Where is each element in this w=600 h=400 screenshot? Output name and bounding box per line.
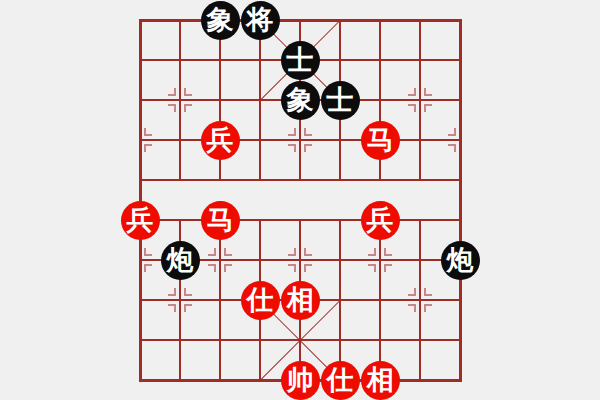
board-pieces-layer: 象将士象士兵马兵马兵炮炮仕相帅仕相	[140, 20, 460, 380]
xiangqi-screenshot: 象将士象士兵马兵马兵炮炮仕相帅仕相	[0, 0, 600, 400]
piece-red-advisor[interactable]: 仕	[241, 281, 280, 320]
piece-black-elephant[interactable]: 象	[201, 1, 240, 40]
piece-red-soldier[interactable]: 兵	[361, 201, 400, 240]
piece-black-general[interactable]: 将	[241, 1, 280, 40]
piece-red-elephant[interactable]: 相	[281, 281, 320, 320]
xiangqi-board[interactable]: 象将士象士兵马兵马兵炮炮仕相帅仕相	[140, 20, 460, 380]
piece-red-elephant[interactable]: 相	[361, 361, 400, 400]
piece-black-advisor[interactable]: 士	[281, 41, 320, 80]
piece-black-advisor[interactable]: 士	[321, 81, 360, 120]
piece-red-soldier[interactable]: 兵	[201, 121, 240, 160]
piece-red-horse[interactable]: 马	[361, 121, 400, 160]
piece-red-general[interactable]: 帅	[281, 361, 320, 400]
piece-black-cannon[interactable]: 炮	[441, 241, 480, 280]
piece-black-elephant[interactable]: 象	[281, 81, 320, 120]
piece-red-horse[interactable]: 马	[201, 201, 240, 240]
piece-black-cannon[interactable]: 炮	[161, 241, 200, 280]
piece-red-soldier[interactable]: 兵	[121, 201, 160, 240]
piece-red-advisor[interactable]: 仕	[321, 361, 360, 400]
